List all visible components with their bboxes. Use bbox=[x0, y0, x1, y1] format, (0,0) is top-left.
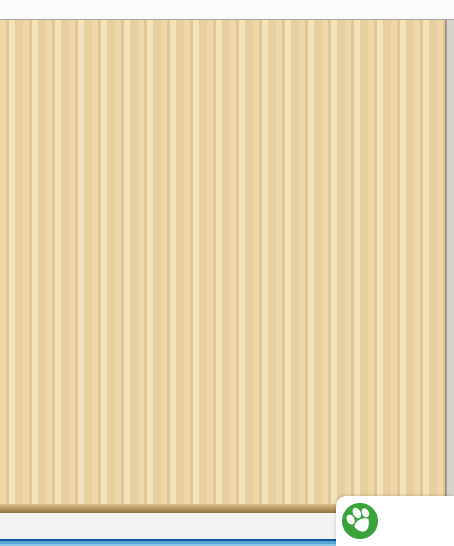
window-right-edge bbox=[446, 20, 454, 546]
frog-footprint-icon bbox=[341, 502, 379, 540]
xiangqi-app-window bbox=[0, 0, 454, 546]
xiangqi-board[interactable] bbox=[0, 20, 446, 513]
move-arrow bbox=[0, 20, 446, 513]
wahe-games-watermark[interactable] bbox=[336, 496, 454, 546]
top-coordinate-strip bbox=[0, 0, 454, 20]
